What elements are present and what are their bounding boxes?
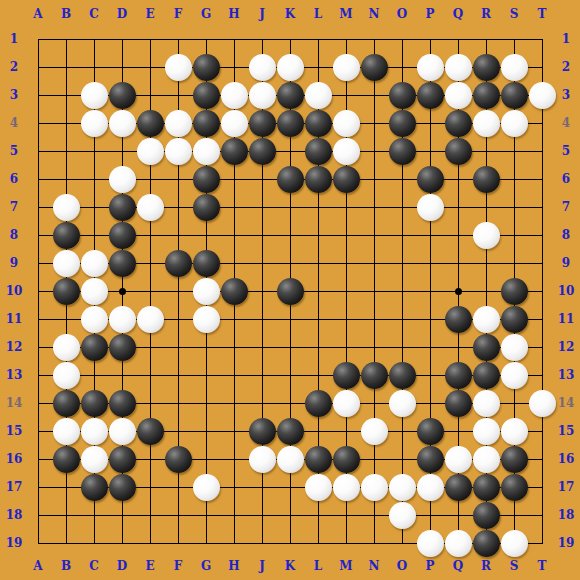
- stone-black-Q14: [445, 390, 472, 417]
- column-label-bottom-M: M: [334, 559, 358, 573]
- row-label-right-1: 1: [554, 32, 578, 46]
- column-label-bottom-F: F: [166, 559, 190, 573]
- stone-black-C12: [81, 334, 108, 361]
- column-label-top-T: T: [530, 7, 554, 21]
- column-label-bottom-D: D: [110, 559, 134, 573]
- stone-black-R2: [473, 54, 500, 81]
- stone-white-C10: [81, 278, 108, 305]
- column-label-top-M: M: [334, 7, 358, 21]
- stone-white-S4: [501, 110, 528, 137]
- stone-white-B12: [53, 334, 80, 361]
- stone-white-R16: [473, 446, 500, 473]
- stone-black-B8: [53, 222, 80, 249]
- stone-white-S2: [501, 54, 528, 81]
- stone-black-K10: [277, 278, 304, 305]
- stone-black-Q13: [445, 362, 472, 389]
- stone-black-L6: [305, 166, 332, 193]
- stone-black-O3: [389, 82, 416, 109]
- stone-white-B13: [53, 362, 80, 389]
- stone-white-D4: [109, 110, 136, 137]
- stone-black-R6: [473, 166, 500, 193]
- column-label-top-B: B: [54, 7, 78, 21]
- stone-white-D11: [109, 306, 136, 333]
- stone-white-E11: [137, 306, 164, 333]
- stone-black-D8: [109, 222, 136, 249]
- row-label-right-17: 17: [554, 480, 578, 494]
- stone-black-L4: [305, 110, 332, 137]
- stone-white-D15: [109, 418, 136, 445]
- row-label-left-7: 7: [2, 200, 26, 214]
- stone-black-S11: [501, 306, 528, 333]
- stone-white-R14: [473, 390, 500, 417]
- stone-black-H5: [221, 138, 248, 165]
- stone-black-J4: [249, 110, 276, 137]
- stone-white-C15: [81, 418, 108, 445]
- stone-black-D14: [109, 390, 136, 417]
- row-label-right-7: 7: [554, 200, 578, 214]
- stone-black-N2: [361, 54, 388, 81]
- row-label-right-16: 16: [554, 452, 578, 466]
- stone-white-K16: [277, 446, 304, 473]
- column-label-bottom-K: K: [278, 559, 302, 573]
- stone-white-O14: [389, 390, 416, 417]
- stone-black-D12: [109, 334, 136, 361]
- stone-white-L3: [305, 82, 332, 109]
- column-label-bottom-A: A: [26, 559, 50, 573]
- stone-black-N13: [361, 362, 388, 389]
- stone-black-S17: [501, 474, 528, 501]
- stone-black-L5: [305, 138, 332, 165]
- row-label-left-3: 3: [2, 88, 26, 102]
- row-label-left-8: 8: [2, 228, 26, 242]
- stone-white-C11: [81, 306, 108, 333]
- stone-white-Q2: [445, 54, 472, 81]
- column-label-bottom-S: S: [502, 559, 526, 573]
- row-label-right-12: 12: [554, 340, 578, 354]
- stone-white-S12: [501, 334, 528, 361]
- stone-white-S13: [501, 362, 528, 389]
- stone-black-L16: [305, 446, 332, 473]
- stone-black-M6: [333, 166, 360, 193]
- column-label-bottom-G: G: [194, 559, 218, 573]
- stone-white-N17: [361, 474, 388, 501]
- hoshi-point-Q10: [455, 288, 462, 295]
- stone-black-O13: [389, 362, 416, 389]
- stone-black-S16: [501, 446, 528, 473]
- row-label-right-3: 3: [554, 88, 578, 102]
- column-label-top-G: G: [194, 7, 218, 21]
- stone-white-P19: [417, 530, 444, 557]
- stone-white-B9: [53, 250, 80, 277]
- stone-white-C16: [81, 446, 108, 473]
- stone-black-K4: [277, 110, 304, 137]
- stone-white-S15: [501, 418, 528, 445]
- stone-black-R19: [473, 530, 500, 557]
- stone-white-G17: [193, 474, 220, 501]
- stone-white-M4: [333, 110, 360, 137]
- stone-black-P15: [417, 418, 444, 445]
- stone-black-J5: [249, 138, 276, 165]
- row-label-right-15: 15: [554, 424, 578, 438]
- stone-white-E7: [137, 194, 164, 221]
- stone-white-M17: [333, 474, 360, 501]
- column-label-top-Q: Q: [446, 7, 470, 21]
- stone-black-G2: [193, 54, 220, 81]
- column-label-bottom-L: L: [306, 559, 330, 573]
- stone-white-D6: [109, 166, 136, 193]
- stone-white-B15: [53, 418, 80, 445]
- stone-black-L14: [305, 390, 332, 417]
- column-label-top-P: P: [418, 7, 442, 21]
- stone-white-C4: [81, 110, 108, 137]
- row-label-left-2: 2: [2, 60, 26, 74]
- row-label-left-5: 5: [2, 144, 26, 158]
- stone-white-T14: [529, 390, 556, 417]
- row-label-right-18: 18: [554, 508, 578, 522]
- row-label-right-2: 2: [554, 60, 578, 74]
- stone-black-D3: [109, 82, 136, 109]
- stone-black-G6: [193, 166, 220, 193]
- stone-white-M2: [333, 54, 360, 81]
- grid-line-horizontal: [38, 515, 543, 516]
- column-label-top-R: R: [474, 7, 498, 21]
- row-label-right-5: 5: [554, 144, 578, 158]
- stone-black-C17: [81, 474, 108, 501]
- row-label-left-16: 16: [2, 452, 26, 466]
- stone-white-R11: [473, 306, 500, 333]
- stone-black-C14: [81, 390, 108, 417]
- stone-black-O5: [389, 138, 416, 165]
- stone-black-Q11: [445, 306, 472, 333]
- stone-black-J15: [249, 418, 276, 445]
- stone-black-G7: [193, 194, 220, 221]
- row-label-left-18: 18: [2, 508, 26, 522]
- column-label-bottom-P: P: [418, 559, 442, 573]
- column-label-top-F: F: [166, 7, 190, 21]
- stone-white-L17: [305, 474, 332, 501]
- column-label-top-J: J: [250, 7, 274, 21]
- stone-black-E4: [137, 110, 164, 137]
- stone-black-P16: [417, 446, 444, 473]
- column-label-bottom-C: C: [82, 559, 106, 573]
- column-label-bottom-N: N: [362, 559, 386, 573]
- hoshi-point-D10: [119, 288, 126, 295]
- row-label-right-19: 19: [554, 536, 578, 550]
- row-label-right-10: 10: [554, 284, 578, 298]
- stone-black-S3: [501, 82, 528, 109]
- stone-white-R15: [473, 418, 500, 445]
- stone-black-M13: [333, 362, 360, 389]
- column-label-top-L: L: [306, 7, 330, 21]
- stone-black-E15: [137, 418, 164, 445]
- stone-black-F16: [165, 446, 192, 473]
- row-label-left-6: 6: [2, 172, 26, 186]
- stone-white-B7: [53, 194, 80, 221]
- row-label-left-14: 14: [2, 396, 26, 410]
- row-label-right-13: 13: [554, 368, 578, 382]
- column-label-top-O: O: [390, 7, 414, 21]
- stone-white-G11: [193, 306, 220, 333]
- row-label-right-8: 8: [554, 228, 578, 242]
- stone-white-O18: [389, 502, 416, 529]
- stone-black-D9: [109, 250, 136, 277]
- stone-black-R17: [473, 474, 500, 501]
- row-label-left-4: 4: [2, 116, 26, 130]
- stone-white-M14: [333, 390, 360, 417]
- stone-white-O17: [389, 474, 416, 501]
- stone-white-F2: [165, 54, 192, 81]
- row-label-left-9: 9: [2, 256, 26, 270]
- stone-white-C3: [81, 82, 108, 109]
- stone-white-H3: [221, 82, 248, 109]
- stone-black-R13: [473, 362, 500, 389]
- stone-white-G5: [193, 138, 220, 165]
- column-label-bottom-H: H: [222, 559, 246, 573]
- stone-white-F4: [165, 110, 192, 137]
- row-label-left-1: 1: [2, 32, 26, 46]
- stone-black-S10: [501, 278, 528, 305]
- stone-black-K6: [277, 166, 304, 193]
- stone-black-Q4: [445, 110, 472, 137]
- stone-white-Q19: [445, 530, 472, 557]
- row-label-right-11: 11: [554, 312, 578, 326]
- stone-black-K15: [277, 418, 304, 445]
- stone-black-R12: [473, 334, 500, 361]
- stone-white-Q3: [445, 82, 472, 109]
- row-label-left-10: 10: [2, 284, 26, 298]
- stone-black-G9: [193, 250, 220, 277]
- row-label-right-9: 9: [554, 256, 578, 270]
- row-label-right-14: 14: [554, 396, 578, 410]
- stone-black-D16: [109, 446, 136, 473]
- column-label-bottom-J: J: [250, 559, 274, 573]
- column-label-bottom-E: E: [138, 559, 162, 573]
- stone-black-R3: [473, 82, 500, 109]
- column-label-bottom-R: R: [474, 559, 498, 573]
- column-label-bottom-O: O: [390, 559, 414, 573]
- stone-black-Q17: [445, 474, 472, 501]
- row-label-left-15: 15: [2, 424, 26, 438]
- column-label-top-S: S: [502, 7, 526, 21]
- stone-black-B14: [53, 390, 80, 417]
- stone-white-S19: [501, 530, 528, 557]
- stone-white-K2: [277, 54, 304, 81]
- stone-black-G3: [193, 82, 220, 109]
- stone-white-P2: [417, 54, 444, 81]
- row-label-left-12: 12: [2, 340, 26, 354]
- stone-black-K3: [277, 82, 304, 109]
- stone-white-E5: [137, 138, 164, 165]
- stone-white-J16: [249, 446, 276, 473]
- stone-white-G10: [193, 278, 220, 305]
- row-label-right-6: 6: [554, 172, 578, 186]
- stone-black-G4: [193, 110, 220, 137]
- stone-black-B10: [53, 278, 80, 305]
- column-label-bottom-B: B: [54, 559, 78, 573]
- stone-white-R4: [473, 110, 500, 137]
- grid-line-vertical: [542, 39, 543, 544]
- stone-black-M16: [333, 446, 360, 473]
- stone-white-F5: [165, 138, 192, 165]
- stone-black-H10: [221, 278, 248, 305]
- stone-black-P6: [417, 166, 444, 193]
- stone-white-P17: [417, 474, 444, 501]
- stone-white-H4: [221, 110, 248, 137]
- stone-white-J2: [249, 54, 276, 81]
- stone-white-P7: [417, 194, 444, 221]
- row-label-left-17: 17: [2, 480, 26, 494]
- column-label-bottom-Q: Q: [446, 559, 470, 573]
- column-label-top-H: H: [222, 7, 246, 21]
- stone-black-D17: [109, 474, 136, 501]
- column-label-bottom-T: T: [530, 559, 554, 573]
- stone-white-C9: [81, 250, 108, 277]
- stone-white-T3: [529, 82, 556, 109]
- stone-black-P3: [417, 82, 444, 109]
- stone-white-M5: [333, 138, 360, 165]
- column-label-top-E: E: [138, 7, 162, 21]
- stone-black-R18: [473, 502, 500, 529]
- row-label-left-11: 11: [2, 312, 26, 326]
- column-label-top-D: D: [110, 7, 134, 21]
- stone-black-F9: [165, 250, 192, 277]
- stone-black-Q5: [445, 138, 472, 165]
- row-label-left-19: 19: [2, 536, 26, 550]
- stone-black-B16: [53, 446, 80, 473]
- column-label-top-C: C: [82, 7, 106, 21]
- stone-white-R8: [473, 222, 500, 249]
- stone-white-N15: [361, 418, 388, 445]
- column-label-top-A: A: [26, 7, 50, 21]
- column-label-top-N: N: [362, 7, 386, 21]
- grid-line-vertical: [374, 39, 375, 544]
- stone-white-J3: [249, 82, 276, 109]
- row-label-right-4: 4: [554, 116, 578, 130]
- row-label-left-13: 13: [2, 368, 26, 382]
- stone-black-O4: [389, 110, 416, 137]
- stone-white-Q16: [445, 446, 472, 473]
- go-board[interactable]: AABBCCDDEEFFGGHHJJKKLLMMNNOOPPQQRRSSTT11…: [0, 0, 580, 580]
- stone-black-D7: [109, 194, 136, 221]
- column-label-top-K: K: [278, 7, 302, 21]
